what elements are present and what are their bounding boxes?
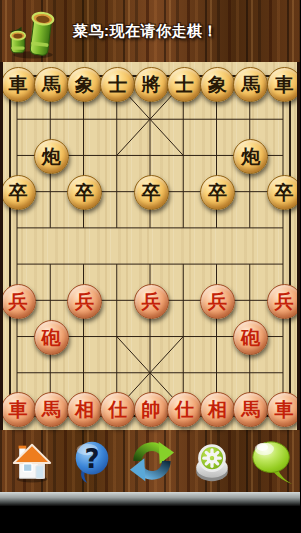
piece-red-soldier[interactable]: 兵 (200, 284, 235, 319)
piece-black-soldier[interactable]: 卒 (67, 175, 102, 210)
svg-text:?: ? (84, 444, 99, 474)
piece-black-soldier[interactable]: 卒 (200, 175, 235, 210)
piece-red-cannon[interactable]: 砲 (34, 320, 69, 355)
bamboo-cups-icon (6, 5, 60, 59)
refresh-arrows-icon (129, 438, 175, 484)
status-bar: 菜鸟:现在请你走棋！ (0, 0, 300, 63)
piece-red-general[interactable]: 帥 (134, 392, 169, 427)
piece-black-general[interactable]: 將 (134, 67, 169, 102)
piece-black-horse[interactable]: 馬 (233, 67, 268, 102)
board-right-edge (297, 62, 300, 430)
piece-black-elephant[interactable]: 象 (200, 67, 235, 102)
settings-button[interactable] (185, 434, 239, 488)
piece-red-advisor[interactable]: 仕 (100, 392, 135, 427)
piece-black-cannon[interactable]: 炮 (34, 139, 69, 174)
piece-black-elephant[interactable]: 象 (67, 67, 102, 102)
chat-bubble-icon (249, 438, 295, 484)
piece-red-horse[interactable]: 馬 (34, 392, 69, 427)
piece-black-cannon[interactable]: 炮 (233, 139, 268, 174)
piece-red-soldier[interactable]: 兵 (67, 284, 102, 319)
screen-bottom-black (0, 506, 300, 533)
pieces-layer: 車馬象士將士象馬車炮炮卒卒卒卒卒兵兵兵兵兵砲砲車馬相仕帥仕相馬車 (0, 62, 300, 430)
restart-button[interactable] (125, 434, 179, 488)
piece-red-advisor[interactable]: 仕 (167, 392, 202, 427)
piece-red-soldier[interactable]: 兵 (1, 284, 36, 319)
piece-black-soldier[interactable]: 卒 (134, 175, 169, 210)
bottom-gradient-bar (0, 492, 300, 506)
piece-black-horse[interactable]: 馬 (34, 67, 69, 102)
piece-red-cannon[interactable]: 砲 (233, 320, 268, 355)
piece-black-rook[interactable]: 車 (1, 67, 36, 102)
piece-black-soldier[interactable]: 卒 (1, 175, 36, 210)
question-bubble-icon: ? (69, 438, 115, 484)
toolbar: ? (0, 430, 300, 492)
piece-black-advisor[interactable]: 士 (100, 67, 135, 102)
gear-icon (189, 438, 235, 484)
status-message: 菜鸟:现在请你走棋！ (73, 22, 218, 41)
piece-black-rook[interactable]: 車 (267, 67, 301, 102)
home-icon (9, 438, 55, 484)
piece-red-rook[interactable]: 車 (267, 392, 301, 427)
piece-red-soldier[interactable]: 兵 (267, 284, 301, 319)
app-screen: 菜鸟:现在请你走棋！ 車馬象士將士象馬車炮炮卒卒卒卒卒兵兵兵兵兵砲砲車馬相仕帥仕… (0, 0, 300, 533)
chat-button[interactable] (245, 434, 299, 488)
piece-red-horse[interactable]: 馬 (233, 392, 268, 427)
piece-red-rook[interactable]: 車 (1, 392, 36, 427)
piece-black-advisor[interactable]: 士 (167, 67, 202, 102)
xiangqi-board[interactable]: 車馬象士將士象馬車炮炮卒卒卒卒卒兵兵兵兵兵砲砲車馬相仕帥仕相馬車 (0, 62, 300, 430)
board-left-edge (0, 62, 3, 430)
piece-black-soldier[interactable]: 卒 (267, 175, 301, 210)
help-button[interactable]: ? (65, 434, 119, 488)
piece-red-elephant[interactable]: 相 (200, 392, 235, 427)
piece-red-elephant[interactable]: 相 (67, 392, 102, 427)
piece-red-soldier[interactable]: 兵 (134, 284, 169, 319)
home-button[interactable] (5, 434, 59, 488)
